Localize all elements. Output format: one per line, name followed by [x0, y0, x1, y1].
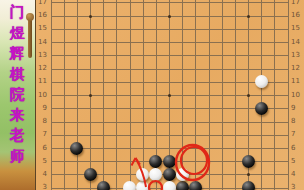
stone-black	[163, 168, 176, 181]
coord-label-left: 16	[37, 11, 47, 20]
coord-label-right: 11	[291, 77, 303, 86]
coord-label-left: 13	[37, 51, 47, 60]
banner-char: 煜	[3, 23, 31, 44]
coord-label-right: 16	[291, 11, 303, 20]
coord-label-right: 9	[291, 104, 303, 113]
banner-text: 门煜辉棋院来老师	[3, 2, 31, 166]
stone-black	[176, 181, 189, 190]
coord-label-right: 10	[291, 91, 303, 100]
go-board[interactable]: 1717161615151414131312121111101099887766…	[36, 0, 304, 190]
coord-label-left: 3	[37, 183, 47, 190]
coord-label-left: 10	[37, 91, 47, 100]
star-point	[89, 15, 92, 18]
go-app-screen: 门煜辉棋院来老师 1717161615151414131312121111101…	[0, 0, 304, 190]
banner-char: 辉	[3, 43, 31, 64]
coord-label-right: 8	[291, 117, 303, 126]
coord-label-left: 14	[37, 38, 47, 47]
coord-label-right: 17	[291, 0, 303, 7]
stone-black	[70, 142, 83, 155]
coord-label-right: 13	[291, 51, 303, 60]
stone-black	[255, 102, 268, 115]
coord-label-right: 4	[291, 170, 303, 179]
banner-char: 院	[3, 84, 31, 105]
stone-black	[149, 155, 162, 168]
grid-line-horizontal	[51, 135, 289, 136]
grid-line-horizontal	[51, 122, 289, 123]
board-left-edge	[35, 0, 36, 190]
coord-label-right: 3	[291, 183, 303, 190]
banner-char: 来	[3, 105, 31, 126]
stone-black	[242, 181, 255, 190]
coord-label-left: 11	[37, 77, 47, 86]
star-point	[247, 94, 250, 97]
grid-line-horizontal	[51, 42, 289, 43]
stone-white	[123, 181, 136, 190]
grid-line-horizontal	[51, 55, 289, 56]
coord-label-left: 8	[37, 117, 47, 126]
stone-black	[97, 181, 110, 190]
coord-label-left: 6	[37, 144, 47, 153]
stone-white	[136, 168, 149, 181]
coord-label-right: 5	[291, 157, 303, 166]
grid-line-horizontal	[51, 69, 289, 70]
grid-line-horizontal	[51, 29, 289, 30]
stone-white	[176, 168, 189, 181]
stone-black	[242, 155, 255, 168]
stone-black	[163, 155, 176, 168]
star-point	[168, 94, 171, 97]
coord-label-left: 17	[37, 0, 47, 7]
star-point	[247, 15, 250, 18]
stone-white	[136, 181, 149, 190]
coord-label-right: 15	[291, 24, 303, 33]
grid-line-horizontal	[51, 148, 289, 149]
left-banner-panel: 门煜辉棋院来老师	[0, 0, 35, 190]
star-point	[89, 94, 92, 97]
coord-label-right: 14	[291, 38, 303, 47]
coord-label-right: 7	[291, 130, 303, 139]
banner-char: 门	[3, 2, 31, 23]
coord-label-left: 4	[37, 170, 47, 179]
banner-char: 老	[3, 125, 31, 146]
stone-black	[189, 181, 202, 190]
coord-label-right: 6	[291, 144, 303, 153]
star-point	[168, 15, 171, 18]
grid-line-horizontal	[51, 2, 289, 3]
coord-label-right: 12	[291, 64, 303, 73]
coord-label-left: 9	[37, 104, 47, 113]
grid-line-horizontal	[51, 82, 289, 83]
coord-label-left: 5	[37, 157, 47, 166]
coord-label-left: 12	[37, 64, 47, 73]
stone-white	[149, 168, 162, 181]
coord-label-left: 7	[37, 130, 47, 139]
stone-black	[84, 168, 97, 181]
stone-white	[163, 181, 176, 190]
banner-char: 棋	[3, 64, 31, 85]
grid-line-horizontal	[51, 108, 289, 109]
coord-label-left: 15	[37, 24, 47, 33]
stone-white	[255, 75, 268, 88]
banner-char: 师	[3, 146, 31, 167]
